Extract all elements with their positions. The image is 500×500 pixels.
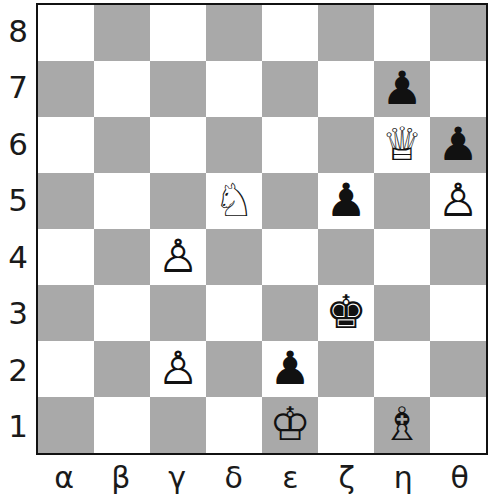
square-β7[interactable]: [94, 61, 150, 117]
square-ζ3[interactable]: ♚: [318, 285, 374, 341]
square-α8[interactable]: [38, 5, 94, 61]
square-ε8[interactable]: [262, 5, 318, 61]
square-α5[interactable]: [38, 173, 94, 229]
black-pawn[interactable]: ♟: [381, 65, 422, 111]
rank-label-1: 1: [0, 399, 36, 456]
file-label-θ: θ: [432, 457, 489, 499]
square-ε6[interactable]: [262, 117, 318, 173]
square-θ6[interactable]: ♟: [430, 117, 486, 173]
rank-label-6: 6: [0, 116, 36, 173]
square-θ2[interactable]: [430, 341, 486, 397]
white-bishop[interactable]: ♗: [381, 401, 422, 447]
square-θ7[interactable]: [430, 61, 486, 117]
square-β2[interactable]: [94, 341, 150, 397]
square-δ2[interactable]: [206, 341, 262, 397]
square-θ3[interactable]: [430, 285, 486, 341]
square-η3[interactable]: [374, 285, 430, 341]
square-η4[interactable]: [374, 229, 430, 285]
file-label-α: α: [36, 457, 93, 499]
square-δ6[interactable]: [206, 117, 262, 173]
square-α2[interactable]: [38, 341, 94, 397]
square-ζ6[interactable]: [318, 117, 374, 173]
square-ε2[interactable]: ♟: [262, 341, 318, 397]
square-β3[interactable]: [94, 285, 150, 341]
square-η5[interactable]: [374, 173, 430, 229]
square-ε4[interactable]: [262, 229, 318, 285]
square-γ7[interactable]: [150, 61, 206, 117]
black-pawn[interactable]: ♟: [437, 121, 478, 167]
square-ζ8[interactable]: [318, 5, 374, 61]
square-γ2[interactable]: ♙: [150, 341, 206, 397]
rank-label-3: 3: [0, 286, 36, 343]
rank-label-4: 4: [0, 229, 36, 286]
square-η8[interactable]: [374, 5, 430, 61]
chess-diagram: 87654321 ♟♕♟♘♟♙♙♚♙♟♔♗ αβγδεζηθ: [0, 0, 500, 500]
square-δ8[interactable]: [206, 5, 262, 61]
square-θ4[interactable]: [430, 229, 486, 285]
square-α3[interactable]: [38, 285, 94, 341]
square-α1[interactable]: [38, 397, 94, 453]
black-pawn[interactable]: ♟: [269, 345, 310, 391]
square-η1[interactable]: ♗: [374, 397, 430, 453]
chess-board: ♟♕♟♘♟♙♙♚♙♟♔♗: [36, 3, 488, 455]
square-β4[interactable]: [94, 229, 150, 285]
rank-label-8: 8: [0, 3, 36, 60]
square-β1[interactable]: [94, 397, 150, 453]
square-δ1[interactable]: [206, 397, 262, 453]
square-δ3[interactable]: [206, 285, 262, 341]
square-β8[interactable]: [94, 5, 150, 61]
square-ε3[interactable]: [262, 285, 318, 341]
black-king[interactable]: ♚: [325, 289, 366, 335]
square-ε7[interactable]: [262, 61, 318, 117]
rank-labels: 87654321: [0, 3, 36, 455]
file-label-ε: ε: [262, 457, 319, 499]
square-ε1[interactable]: ♔: [262, 397, 318, 453]
white-pawn[interactable]: ♙: [437, 177, 478, 223]
square-γ6[interactable]: [150, 117, 206, 173]
square-γ1[interactable]: [150, 397, 206, 453]
square-δ7[interactable]: [206, 61, 262, 117]
white-knight[interactable]: ♘: [213, 177, 254, 223]
square-ζ2[interactable]: [318, 341, 374, 397]
square-ε5[interactable]: [262, 173, 318, 229]
file-label-γ: γ: [149, 457, 206, 499]
square-θ8[interactable]: [430, 5, 486, 61]
square-α7[interactable]: [38, 61, 94, 117]
white-pawn[interactable]: ♙: [157, 233, 198, 279]
square-α6[interactable]: [38, 117, 94, 173]
rank-label-2: 2: [0, 342, 36, 399]
square-η2[interactable]: [374, 341, 430, 397]
file-label-η: η: [375, 457, 432, 499]
square-ζ4[interactable]: [318, 229, 374, 285]
square-ζ7[interactable]: [318, 61, 374, 117]
square-β5[interactable]: [94, 173, 150, 229]
rank-label-5: 5: [0, 173, 36, 230]
rank-label-7: 7: [0, 60, 36, 117]
black-pawn[interactable]: ♟: [325, 177, 366, 223]
square-δ4[interactable]: [206, 229, 262, 285]
square-γ8[interactable]: [150, 5, 206, 61]
square-β6[interactable]: [94, 117, 150, 173]
file-label-δ: δ: [206, 457, 263, 499]
square-γ4[interactable]: ♙: [150, 229, 206, 285]
square-γ3[interactable]: [150, 285, 206, 341]
white-pawn[interactable]: ♙: [157, 345, 198, 391]
square-γ5[interactable]: [150, 173, 206, 229]
file-label-ζ: ζ: [319, 457, 376, 499]
square-η7[interactable]: ♟: [374, 61, 430, 117]
file-label-β: β: [93, 457, 150, 499]
square-α4[interactable]: [38, 229, 94, 285]
file-labels: αβγδεζηθ: [36, 457, 488, 499]
square-η6[interactable]: ♕: [374, 117, 430, 173]
square-θ1[interactable]: [430, 397, 486, 453]
square-θ5[interactable]: ♙: [430, 173, 486, 229]
square-δ5[interactable]: ♘: [206, 173, 262, 229]
square-ζ1[interactable]: [318, 397, 374, 453]
white-queen[interactable]: ♕: [381, 121, 422, 167]
square-ζ5[interactable]: ♟: [318, 173, 374, 229]
white-king[interactable]: ♔: [269, 401, 310, 447]
